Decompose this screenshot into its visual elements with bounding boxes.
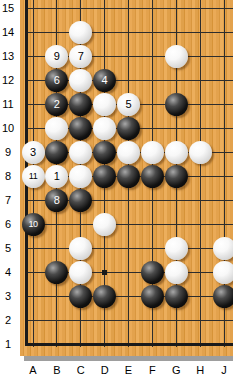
row-label-10: 10 bbox=[0, 122, 16, 134]
column-label-B: B bbox=[49, 363, 65, 377]
white-stone-G5[interactable] bbox=[165, 237, 188, 260]
row-label-11: 11 bbox=[0, 98, 16, 110]
go-diagram-window: 9764253111810 151413121110987654321 ABCD… bbox=[0, 0, 233, 380]
go-board[interactable]: 9764253111810 bbox=[20, 0, 233, 356]
row-label-2: 2 bbox=[0, 314, 16, 326]
white-stone-F9[interactable] bbox=[141, 141, 164, 164]
row-label-1: 1 bbox=[0, 338, 16, 350]
black-stone-B11[interactable]: 2 bbox=[45, 93, 68, 116]
column-label-D: D bbox=[97, 363, 113, 377]
white-stone-A8[interactable]: 11 bbox=[22, 165, 45, 188]
grid-line bbox=[26, 224, 233, 225]
column-label-J: J bbox=[216, 363, 232, 377]
white-stone-D6[interactable] bbox=[93, 213, 116, 236]
row-label-7: 7 bbox=[0, 194, 16, 206]
black-stone-E10[interactable] bbox=[117, 117, 140, 140]
white-stone-D11[interactable] bbox=[93, 93, 116, 116]
black-stone-D12[interactable]: 4 bbox=[93, 69, 116, 92]
column-label-H: H bbox=[192, 363, 208, 377]
move-number-label: 10 bbox=[28, 220, 37, 229]
white-stone-D10[interactable] bbox=[93, 117, 116, 140]
board-edge-line bbox=[25, 343, 233, 346]
row-label-4: 4 bbox=[0, 266, 16, 278]
white-stone-C9[interactable] bbox=[69, 141, 92, 164]
white-stone-B13[interactable]: 9 bbox=[45, 45, 68, 68]
white-stone-C5[interactable] bbox=[69, 237, 92, 260]
black-stone-C7[interactable] bbox=[69, 189, 92, 212]
row-label-14: 14 bbox=[0, 26, 16, 38]
black-stone-G3[interactable] bbox=[165, 285, 188, 308]
black-stone-G11[interactable] bbox=[165, 93, 188, 116]
move-number-label: 2 bbox=[54, 99, 60, 110]
white-stone-E9[interactable] bbox=[117, 141, 140, 164]
black-stone-B12[interactable]: 6 bbox=[45, 69, 68, 92]
column-label-E: E bbox=[121, 363, 137, 377]
move-number-label: 7 bbox=[78, 51, 84, 62]
move-number-label: 11 bbox=[29, 172, 37, 181]
row-label-12: 12 bbox=[0, 74, 16, 86]
row-label-6: 6 bbox=[0, 218, 16, 230]
grid-line bbox=[26, 320, 233, 321]
row-label-8: 8 bbox=[0, 170, 16, 182]
star-point bbox=[102, 270, 107, 275]
white-stone-C8[interactable] bbox=[69, 165, 92, 188]
board-shadow bbox=[24, 356, 233, 361]
grid-line bbox=[26, 8, 233, 9]
white-stone-C12[interactable] bbox=[69, 69, 92, 92]
white-stone-C13[interactable]: 7 bbox=[69, 45, 92, 68]
move-number-label: 6 bbox=[54, 75, 60, 86]
row-label-5: 5 bbox=[0, 242, 16, 254]
row-label-9: 9 bbox=[0, 146, 16, 158]
black-stone-C3[interactable] bbox=[69, 285, 92, 308]
grid-line bbox=[26, 248, 233, 249]
black-stone-C10[interactable] bbox=[69, 117, 92, 140]
row-label-3: 3 bbox=[0, 290, 16, 302]
white-stone-A9[interactable]: 3 bbox=[22, 141, 45, 164]
black-stone-B9[interactable] bbox=[45, 141, 68, 164]
row-label-15: 15 bbox=[0, 2, 16, 14]
white-stone-C4[interactable] bbox=[69, 261, 92, 284]
black-stone-A6[interactable]: 10 bbox=[22, 213, 45, 236]
black-stone-F4[interactable] bbox=[141, 261, 164, 284]
black-stone-F8[interactable] bbox=[141, 165, 164, 188]
grid-line bbox=[26, 32, 233, 33]
column-label-F: F bbox=[144, 363, 160, 377]
column-label-C: C bbox=[73, 363, 89, 377]
black-stone-B7[interactable]: 8 bbox=[45, 189, 68, 212]
black-stone-D3[interactable] bbox=[93, 285, 116, 308]
white-stone-B10[interactable] bbox=[45, 117, 68, 140]
white-stone-G4[interactable] bbox=[165, 261, 188, 284]
white-stone-G13[interactable] bbox=[165, 45, 188, 68]
white-stone-H9[interactable] bbox=[189, 141, 212, 164]
white-stone-J4[interactable] bbox=[213, 261, 234, 284]
column-label-G: G bbox=[168, 363, 184, 377]
move-number-label: 3 bbox=[30, 147, 36, 158]
move-number-label: 5 bbox=[125, 99, 131, 110]
white-stone-E11[interactable]: 5 bbox=[117, 93, 140, 116]
move-number-label: 4 bbox=[102, 75, 108, 86]
black-stone-F3[interactable] bbox=[141, 285, 164, 308]
white-stone-G9[interactable] bbox=[165, 141, 188, 164]
black-stone-E8[interactable] bbox=[117, 165, 140, 188]
move-number-label: 8 bbox=[54, 195, 60, 206]
grid-line bbox=[26, 296, 233, 297]
row-label-13: 13 bbox=[0, 50, 16, 62]
black-stone-D8[interactable] bbox=[93, 165, 116, 188]
move-number-label: 9 bbox=[54, 51, 60, 62]
white-stone-C14[interactable] bbox=[69, 21, 92, 44]
black-stone-B4[interactable] bbox=[45, 261, 68, 284]
white-stone-B8[interactable]: 1 bbox=[45, 165, 68, 188]
black-stone-J3[interactable] bbox=[213, 285, 234, 308]
black-stone-G8[interactable] bbox=[165, 165, 188, 188]
black-stone-D9[interactable] bbox=[93, 141, 116, 164]
move-number-label: 1 bbox=[54, 171, 60, 182]
white-stone-J5[interactable] bbox=[213, 237, 234, 260]
column-label-A: A bbox=[25, 363, 41, 377]
black-stone-C11[interactable] bbox=[69, 93, 92, 116]
